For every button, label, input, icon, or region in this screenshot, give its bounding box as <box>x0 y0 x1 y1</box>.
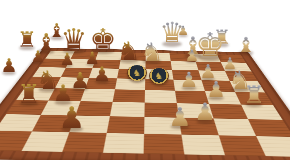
gold-rook-icon: ♜ <box>17 81 40 107</box>
medallion-knight-emblem-icon: ♞ <box>155 72 163 81</box>
silver-pawn-icon: ♟ <box>168 104 191 130</box>
silver-rook-icon: ♜ <box>243 83 265 107</box>
board-square <box>248 119 290 137</box>
silver-bishop-icon: ♝ <box>237 35 256 56</box>
board-square <box>144 134 185 155</box>
gold-pawn-icon: ♟ <box>0 56 17 75</box>
board-square <box>103 133 144 154</box>
silver-king-icon: ♚ <box>195 28 225 61</box>
chess-product-photo: ♟♝♛♜♜♝♛♚♝♝♚♞♞♟♟♟♟♟♟♟♟♟♞♟♞♟♟♜♜♟♟♟♞♞ <box>0 0 290 160</box>
medallion-disc: ♞ <box>127 65 147 81</box>
board-square <box>107 116 145 134</box>
gold-pawn-icon: ♟ <box>59 103 86 133</box>
silver-knight-icon: ♞ <box>140 39 163 65</box>
board-square <box>110 102 145 117</box>
board-square <box>113 89 145 102</box>
gold-pawn-icon: ♟ <box>31 49 45 65</box>
silver-pawn-icon: ♟ <box>185 48 199 64</box>
board-square <box>62 132 106 153</box>
silver-pawn-icon: ♟ <box>194 100 216 124</box>
gold-pawn-icon: ♟ <box>93 64 111 84</box>
gold-pawn-icon: ♟ <box>59 51 74 68</box>
medallion-knight-emblem-icon: ♞ <box>133 69 141 78</box>
silver-pawn-icon: ♟ <box>180 70 199 91</box>
medallion-disc: ♞ <box>149 68 169 84</box>
gold-knight-icon: ♞ <box>117 38 140 64</box>
board-square <box>181 135 225 156</box>
